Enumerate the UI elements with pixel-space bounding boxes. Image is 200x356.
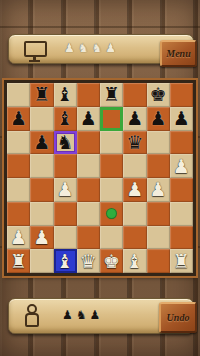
black-knight: ♞ [57,133,74,152]
square-h3[interactable] [170,202,193,226]
black-rook: ♜ [33,85,50,104]
square-b8[interactable]: ♜ [30,83,53,107]
chess-board: ♜♝♜♚♟♝♟♟♟♟♟♞♛♟♟♟♟♟♟♜♝♛♚♝♜ [7,83,193,273]
square-a4[interactable] [7,178,30,202]
white-bishop: ♝ [57,252,74,271]
square-d2[interactable] [77,226,100,250]
square-c2[interactable] [54,226,77,250]
black-queen: ♛ [126,133,143,152]
square-a8[interactable] [7,83,30,107]
square-g5[interactable] [147,154,170,178]
captured-black-knight: ♞ [76,309,87,321]
black-pawn: ♟ [150,109,167,128]
square-e6[interactable] [100,131,123,155]
white-rook: ♜ [173,252,190,271]
captured-white-knight: ♞ [92,42,103,54]
square-g1[interactable] [147,249,170,273]
black-bishop: ♝ [57,109,74,128]
captured-white-knight: ♞ [78,42,89,54]
white-pawn: ♟ [150,180,167,199]
captured-white-pieces: ♟♞♞♟ [64,38,116,58]
square-h5[interactable]: ♟ [170,154,193,178]
square-c5[interactable] [54,154,77,178]
square-c6[interactable]: ♞ [54,131,77,155]
captured-white-pawn: ♟ [64,42,75,54]
square-h4[interactable] [170,178,193,202]
square-e2[interactable] [100,226,123,250]
square-f1[interactable]: ♝ [123,249,146,273]
square-d4[interactable] [77,178,100,202]
chess-board-frame: ♜♝♜♚♟♝♟♟♟♟♟♞♛♟♟♟♟♟♟♜♝♛♚♝♜ [4,80,196,276]
square-e8[interactable]: ♜ [100,83,123,107]
square-b4[interactable] [30,178,53,202]
square-e3[interactable] [100,202,123,226]
square-f7[interactable]: ♟ [123,107,146,131]
square-h1[interactable]: ♜ [170,249,193,273]
square-b6[interactable]: ♟ [30,131,53,155]
white-rook: ♜ [10,252,27,271]
square-a6[interactable] [7,131,30,155]
square-f3[interactable] [123,202,146,226]
white-pawn: ♟ [33,228,50,247]
square-a2[interactable]: ♟ [7,226,30,250]
square-e5[interactable] [100,154,123,178]
square-a3[interactable] [7,202,30,226]
square-a7[interactable]: ♟ [7,107,30,131]
black-pawn: ♟ [10,109,27,128]
square-b7[interactable] [30,107,53,131]
square-g7[interactable]: ♟ [147,107,170,131]
square-c1[interactable]: ♝ [54,249,77,273]
square-h6[interactable] [170,131,193,155]
undo-button[interactable]: Undo [159,302,197,333]
square-e7[interactable] [100,107,123,131]
white-pawn: ♟ [10,228,27,247]
square-a5[interactable] [7,154,30,178]
square-c3[interactable] [54,202,77,226]
square-f6[interactable]: ♛ [123,131,146,155]
square-g2[interactable] [147,226,170,250]
black-bishop: ♝ [57,85,74,104]
captured-white-pawn: ♟ [105,42,116,54]
square-c8[interactable]: ♝ [54,83,77,107]
white-bishop: ♝ [126,252,143,271]
white-pawn: ♟ [126,180,143,199]
captured-black-pawn: ♟ [90,309,101,321]
person-icon-body [25,313,39,327]
black-king: ♚ [150,85,167,104]
square-g3[interactable] [147,202,170,226]
square-b2[interactable]: ♟ [30,226,53,250]
square-f5[interactable] [123,154,146,178]
square-d7[interactable]: ♟ [77,107,100,131]
square-b1[interactable] [30,249,53,273]
black-rook: ♜ [103,85,120,104]
square-d3[interactable] [77,202,100,226]
square-h2[interactable] [170,226,193,250]
square-b3[interactable] [30,202,53,226]
square-d5[interactable] [77,154,100,178]
black-pawn: ♟ [33,133,50,152]
square-f2[interactable] [123,226,146,250]
square-d8[interactable] [77,83,100,107]
square-f4[interactable]: ♟ [123,178,146,202]
legal-move-dot[interactable] [107,209,116,218]
black-pawn: ♟ [80,109,97,128]
person-icon [25,304,39,327]
square-g6[interactable] [147,131,170,155]
black-pawn: ♟ [173,109,190,128]
square-d6[interactable] [77,131,100,155]
square-a1[interactable]: ♜ [7,249,30,273]
captured-black-pieces: ♟♞♟ [62,305,100,325]
white-pawn: ♟ [173,157,190,176]
white-king: ♚ [103,252,120,271]
captured-black-pawn: ♟ [62,309,73,321]
black-pawn: ♟ [126,109,143,128]
square-h7[interactable]: ♟ [170,107,193,131]
square-f8[interactable] [123,83,146,107]
square-c4[interactable]: ♟ [54,178,77,202]
white-queen: ♛ [80,252,97,271]
square-e4[interactable] [100,178,123,202]
square-g8[interactable]: ♚ [147,83,170,107]
square-g4[interactable]: ♟ [147,178,170,202]
chess-app-screen: ♟♞♞♟ Menu ♜♝♜♚♟♝♟♟♟♟♟♞♛♟♟♟♟♟♟♜♝♛♚♝♜ ♟♞♟ … [0,0,200,356]
square-e1[interactable]: ♚ [100,249,123,273]
menu-button[interactable]: Menu [160,40,197,67]
computer-monitor-icon [24,41,47,57]
white-pawn: ♟ [57,180,74,199]
square-c7[interactable]: ♝ [54,107,77,131]
square-h8[interactable] [170,83,193,107]
square-b5[interactable] [30,154,53,178]
square-d1[interactable]: ♛ [77,249,100,273]
